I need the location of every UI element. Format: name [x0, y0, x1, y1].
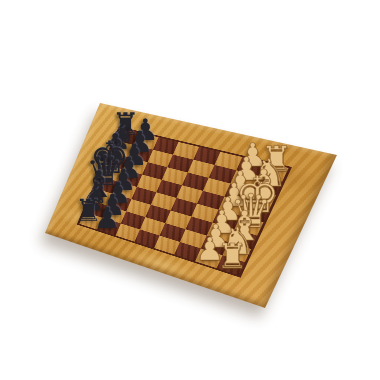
scene: ♜♞♝♛♚♝♞♜♟♟♟♟♟♟♟♟♟♟♟♟♟♟♟♟♜♞♝♛♚♝♞♜	[0, 0, 380, 380]
piece-black-pawn-a7[interactable]: ♟	[93, 204, 122, 233]
piece-white-rook-a1[interactable]: ♜	[215, 239, 249, 273]
